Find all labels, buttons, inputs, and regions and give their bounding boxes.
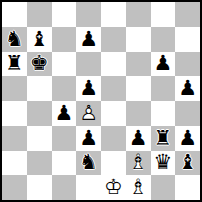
square-e6[interactable] [101,52,126,77]
square-f7[interactable] [126,27,151,52]
square-g2[interactable]: ♛ [151,151,176,176]
piece-black-pawn: ♟ [129,128,148,149]
square-f4[interactable] [126,101,151,126]
square-g7[interactable] [151,27,176,52]
piece-black-king: ♚ [30,53,49,74]
square-c2[interactable] [52,151,77,176]
square-b5[interactable] [27,76,52,101]
square-g3[interactable]: ♜ [151,126,176,151]
square-g6[interactable]: ♟ [151,52,176,77]
square-h7[interactable] [175,27,200,52]
square-c8[interactable] [52,2,77,27]
piece-black-rook: ♜ [5,53,24,74]
square-b7[interactable]: ♝ [27,27,52,52]
piece-black-queen: ♛ [153,152,172,173]
piece-black-rook: ♜ [153,128,172,149]
square-f1[interactable]: ♝♗ [126,175,151,200]
square-a1[interactable] [2,175,27,200]
square-d6[interactable] [76,52,101,77]
square-h2[interactable]: ♝ [175,151,200,176]
square-c4[interactable]: ♟ [52,101,77,126]
piece-black-bishop: ♝ [178,152,197,173]
square-e3[interactable] [101,126,126,151]
piece-white-bishop: ♝♗ [129,177,148,198]
square-c6[interactable] [52,52,77,77]
piece-black-pawn: ♟ [54,103,73,124]
square-e4[interactable] [101,101,126,126]
square-c3[interactable] [52,126,77,151]
white-bishop-outline-glyph: ♗ [129,175,148,199]
square-f5[interactable] [126,76,151,101]
square-g8[interactable] [151,2,176,27]
piece-black-bishop: ♝ [30,29,49,50]
square-e8[interactable] [101,2,126,27]
square-a5[interactable] [2,76,27,101]
square-h5[interactable]: ♟ [175,76,200,101]
square-b1[interactable] [27,175,52,200]
piece-black-pawn: ♟ [79,128,98,149]
piece-white-pawn: ♟♙ [79,103,98,124]
square-a8[interactable] [2,2,27,27]
square-f3[interactable]: ♟ [126,126,151,151]
square-e7[interactable] [101,27,126,52]
square-a7[interactable]: ♞ [2,27,27,52]
piece-white-bishop: ♝♗ [129,152,148,173]
chess-diagram: ♞♝♟♜♚♟♟♟♟♟♙♟♟♜♟♞♝♗♛♝♚♔♝♗ [0,0,202,202]
square-b8[interactable] [27,2,52,27]
square-a3[interactable] [2,126,27,151]
square-e1[interactable]: ♚♔ [101,175,126,200]
square-b4[interactable] [27,101,52,126]
square-d4[interactable]: ♟♙ [76,101,101,126]
piece-black-pawn: ♟ [79,29,98,50]
square-a4[interactable] [2,101,27,126]
square-h1[interactable] [175,175,200,200]
piece-black-pawn: ♟ [79,78,98,99]
square-e2[interactable] [101,151,126,176]
square-d8[interactable] [76,2,101,27]
square-f8[interactable] [126,2,151,27]
square-d7[interactable]: ♟ [76,27,101,52]
board-border: ♞♝♟♜♚♟♟♟♟♟♙♟♟♜♟♞♝♗♛♝♚♔♝♗ [0,0,202,202]
square-g4[interactable] [151,101,176,126]
square-b3[interactable] [27,126,52,151]
chess-board: ♞♝♟♜♚♟♟♟♟♟♙♟♟♜♟♞♝♗♛♝♚♔♝♗ [2,2,200,200]
square-h8[interactable] [175,2,200,27]
square-d2[interactable]: ♞ [76,151,101,176]
piece-black-knight: ♞ [79,152,98,173]
piece-black-pawn: ♟ [178,128,197,149]
square-d1[interactable] [76,175,101,200]
square-d5[interactable]: ♟ [76,76,101,101]
square-e5[interactable] [101,76,126,101]
square-g1[interactable] [151,175,176,200]
square-c5[interactable] [52,76,77,101]
square-g5[interactable] [151,76,176,101]
piece-black-pawn: ♟ [153,53,172,74]
square-b2[interactable] [27,151,52,176]
square-b6[interactable]: ♚ [27,52,52,77]
square-a6[interactable]: ♜ [2,52,27,77]
white-king-outline-glyph: ♔ [104,175,123,199]
square-h6[interactable] [175,52,200,77]
square-f6[interactable] [126,52,151,77]
square-h3[interactable]: ♟ [175,126,200,151]
square-c1[interactable] [52,175,77,200]
piece-black-knight: ♞ [5,29,24,50]
white-pawn-outline-glyph: ♙ [79,101,98,125]
white-bishop-outline-glyph: ♗ [129,151,148,175]
square-a2[interactable] [2,151,27,176]
square-f2[interactable]: ♝♗ [126,151,151,176]
square-h4[interactable] [175,101,200,126]
piece-black-pawn: ♟ [178,78,197,99]
square-c7[interactable] [52,27,77,52]
square-d3[interactable]: ♟ [76,126,101,151]
piece-white-king: ♚♔ [104,177,123,198]
